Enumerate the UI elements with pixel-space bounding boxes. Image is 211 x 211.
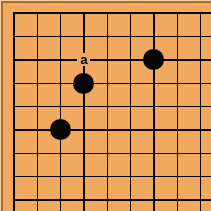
grid-line-vertical-4 (83, 12, 84, 211)
board-frame-left (1, 1, 3, 211)
board-frame-top (1, 1, 211, 3)
black-stone-C14 (50, 119, 71, 140)
goban: a (0, 0, 211, 211)
black-stone-D16 (73, 73, 94, 94)
grid-line-vertical-6 (130, 12, 131, 211)
grid-line-vertical-5 (107, 12, 108, 211)
grid-line-horizontal-5 (13, 106, 211, 107)
grid-line-horizontal-9 (13, 199, 211, 200)
grid-line-vertical-7 (153, 12, 154, 211)
point-label-a: a (77, 53, 90, 66)
black-stone-G17 (143, 49, 164, 70)
grid-line-horizontal-8 (13, 176, 211, 177)
grid-line-horizontal-2 (13, 36, 211, 37)
grid-line-horizontal-4 (13, 83, 211, 84)
grid-line-vertical-8 (177, 12, 178, 211)
grid-line-horizontal-1 (13, 12, 211, 14)
grid-line-vertical-9 (200, 12, 201, 211)
grid-line-horizontal-7 (13, 153, 211, 154)
grid-line-horizontal-6 (13, 129, 211, 130)
grid-line-vertical-1 (13, 12, 15, 211)
grid-line-vertical-2 (37, 12, 38, 211)
grid-line-vertical-3 (60, 12, 61, 211)
grid-line-horizontal-3 (13, 59, 211, 60)
